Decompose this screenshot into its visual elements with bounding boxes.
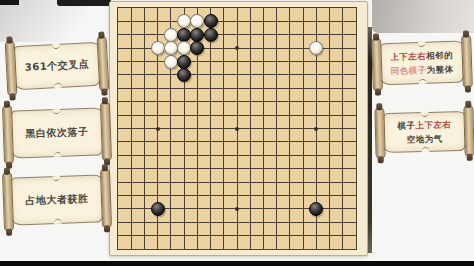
black-stone-H17 bbox=[204, 28, 218, 42]
scroll-text-line: 棋子上下左右 bbox=[397, 118, 451, 132]
letterbox-top-bar bbox=[57, 0, 111, 6]
scroll-text-line: 361个交叉点 bbox=[25, 58, 90, 73]
scroll-paper: 黑白依次落子 bbox=[9, 107, 105, 158]
grid-line-horizontal bbox=[118, 168, 356, 169]
grid-line-vertical bbox=[276, 8, 277, 249]
scroll-361-points: 361个交叉点 bbox=[5, 35, 110, 96]
letterbox-top-left-bar bbox=[0, 0, 19, 5]
grid-line-vertical bbox=[250, 8, 251, 249]
scroll-paper: 361个交叉点 bbox=[12, 42, 102, 91]
scroll-text-segment: 空地为气 bbox=[407, 133, 443, 144]
grid-line-vertical bbox=[342, 8, 343, 249]
go-board-grid bbox=[117, 7, 357, 250]
scroll-paper: 棋子上下左右空地为气 bbox=[381, 111, 467, 153]
star-point bbox=[156, 127, 160, 131]
scroll-text-line: 同色棋子为整体 bbox=[391, 62, 454, 77]
gray-corner-block bbox=[372, 0, 474, 33]
white-stone-E15 bbox=[164, 55, 178, 69]
grid-line-vertical bbox=[289, 8, 290, 249]
white-stone-F16 bbox=[177, 41, 191, 55]
scroll-territory-wins: 占地大者获胜 bbox=[2, 168, 112, 232]
scroll-text-line: 黑白依次落子 bbox=[25, 126, 88, 140]
white-stone-F18 bbox=[177, 14, 191, 28]
scroll-text-line: 上下左右相邻的 bbox=[390, 49, 453, 64]
scroll-text-segment: 为整体 bbox=[427, 63, 454, 74]
grid-line-vertical bbox=[303, 8, 304, 249]
scroll-paper: 占地大者获胜 bbox=[9, 174, 105, 225]
scroll-text-segment: 上下左右 bbox=[415, 119, 451, 130]
white-stone-D16 bbox=[151, 41, 165, 55]
star-point bbox=[314, 127, 318, 131]
white-stone-Q16 bbox=[309, 41, 323, 55]
scroll-roller-left bbox=[2, 105, 14, 165]
black-stone-H18 bbox=[204, 14, 218, 28]
black-stone-D4 bbox=[151, 202, 165, 216]
scroll-text-segment: 相邻的 bbox=[426, 50, 453, 61]
black-stone-F14 bbox=[177, 68, 191, 82]
white-stone-E16 bbox=[164, 41, 178, 55]
grid-line-horizontal bbox=[118, 195, 356, 196]
black-stone-F17 bbox=[177, 28, 191, 42]
grid-line-vertical bbox=[263, 8, 264, 249]
go-board-panel bbox=[109, 1, 368, 256]
grid-line-horizontal bbox=[118, 155, 356, 156]
scroll-liberty-rule: 棋子上下左右空地为气 bbox=[374, 105, 474, 160]
scroll-roller-right bbox=[100, 168, 112, 228]
scroll-roller-left bbox=[371, 37, 383, 91]
grid-line-horizontal bbox=[118, 141, 356, 142]
grid-line-horizontal bbox=[118, 222, 356, 223]
grid-line-horizontal bbox=[118, 235, 356, 236]
scroll-text-segment: 上下左右 bbox=[390, 51, 426, 62]
star-point bbox=[235, 127, 239, 131]
scroll-alternate-play: 黑白依次落子 bbox=[2, 101, 112, 165]
star-point bbox=[235, 207, 239, 211]
scroll-text-segment: 占地大者获胜 bbox=[25, 193, 88, 206]
white-stone-G18 bbox=[190, 14, 204, 28]
black-stone-Q4 bbox=[309, 202, 323, 216]
black-stone-G16 bbox=[190, 41, 204, 55]
scroll-text-line: 占地大者获胜 bbox=[25, 193, 88, 207]
black-stone-G17 bbox=[190, 28, 204, 42]
scroll-text-segment: 361个交叉点 bbox=[25, 58, 90, 72]
scroll-roller-left bbox=[2, 172, 14, 232]
video-frame: 361个交叉点 黑白依次落子 占地大者获胜 上下左右相邻的同色棋子为整体 棋子上… bbox=[0, 0, 474, 266]
scroll-roller-right bbox=[96, 35, 109, 91]
scroll-text-segment: 棋子 bbox=[397, 120, 415, 130]
star-point bbox=[235, 46, 239, 50]
white-stone-E17 bbox=[164, 28, 178, 42]
letterbox-bottom-bar bbox=[0, 261, 474, 266]
scroll-text-line: 空地为气 bbox=[407, 132, 443, 145]
scroll-paper: 上下左右相邻的同色棋子为整体 bbox=[378, 41, 465, 86]
scroll-group-rule: 上下左右相邻的同色棋子为整体 bbox=[371, 34, 473, 91]
scroll-roller-right bbox=[463, 105, 474, 157]
scroll-text-segment: 同色棋子 bbox=[391, 64, 427, 75]
scroll-roller-right bbox=[100, 101, 112, 161]
scroll-roller-left bbox=[374, 107, 385, 159]
black-stone-F15 bbox=[177, 55, 191, 69]
grid-line-horizontal bbox=[118, 182, 356, 183]
scroll-roller-right bbox=[461, 34, 473, 88]
scroll-text-segment: 黑白依次落子 bbox=[25, 126, 88, 139]
grid-line-vertical bbox=[329, 8, 330, 249]
